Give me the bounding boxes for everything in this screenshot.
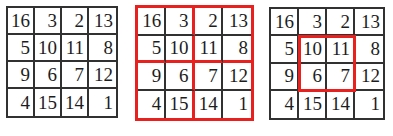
cell: 8: [355, 36, 383, 63]
cell: 14: [327, 91, 355, 118]
cell: 12: [355, 64, 383, 91]
cell: 10: [35, 35, 62, 62]
cell: 13: [223, 8, 251, 36]
magic-square-figure: 16 3 2 13 5 10 11 8 9 6 7 12 4 15 14 1 1…: [0, 0, 393, 121]
cell: 1: [89, 89, 116, 116]
cell: 11: [195, 36, 223, 64]
cell: 15: [166, 91, 194, 119]
cell: 16: [138, 8, 166, 36]
cell: 10: [166, 36, 194, 64]
cell: 4: [271, 91, 299, 118]
cell: 6: [35, 62, 62, 89]
cell: 1: [223, 91, 251, 119]
cell: 15: [35, 89, 62, 116]
cell: 9: [138, 63, 166, 91]
cell: 14: [62, 89, 89, 116]
cell: 4: [138, 91, 166, 119]
cell: 2: [62, 8, 89, 35]
cell: 7: [327, 64, 355, 91]
board-plain: 16 3 2 13 5 10 11 8 9 6 7 12 4 15 14 1: [6, 6, 118, 118]
board-center-highlighted: 16 3 2 13 5 10 11 8 9 6 7 12 4 15 14 1: [269, 7, 385, 120]
cell: 4: [8, 89, 35, 116]
cell: 9: [271, 64, 299, 91]
cell: 3: [166, 8, 194, 36]
cell: 6: [299, 64, 327, 91]
cell: 11: [327, 36, 355, 63]
cell: 3: [299, 9, 327, 36]
cell: 5: [271, 36, 299, 63]
cell: 7: [195, 63, 223, 91]
cell: 16: [271, 9, 299, 36]
cell: 10: [299, 36, 327, 63]
board-quadrants-highlighted: 16 3 2 13 5 10 11 8 9 6 7 12 4 15 14 1: [135, 5, 254, 121]
cell: 7: [62, 62, 89, 89]
cell: 11: [62, 35, 89, 62]
cell: 2: [195, 8, 223, 36]
cell: 5: [8, 35, 35, 62]
cell: 15: [299, 91, 327, 118]
cell: 8: [223, 36, 251, 64]
cell: 13: [89, 8, 116, 35]
cell: 16: [8, 8, 35, 35]
cell: 3: [35, 8, 62, 35]
cell: 13: [355, 9, 383, 36]
cell: 12: [223, 63, 251, 91]
cell: 5: [138, 36, 166, 64]
cell: 14: [195, 91, 223, 119]
cell: 8: [89, 35, 116, 62]
cell: 2: [327, 9, 355, 36]
cell: 1: [355, 91, 383, 118]
cell: 6: [166, 63, 194, 91]
cell: 9: [8, 62, 35, 89]
cell: 12: [89, 62, 116, 89]
